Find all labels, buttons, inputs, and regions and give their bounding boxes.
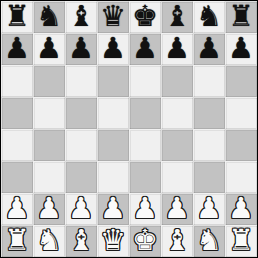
square-h8[interactable]: ♜ xyxy=(225,1,257,33)
square-c8[interactable]: ♝ xyxy=(65,1,97,33)
square-d6[interactable] xyxy=(97,65,129,97)
piece-black-pawn: ♟ xyxy=(196,32,222,64)
piece-white-bishop: ♝ xyxy=(164,224,190,256)
square-b7[interactable]: ♟ xyxy=(33,33,65,65)
square-d1[interactable]: ♛ xyxy=(97,225,129,257)
piece-white-pawn: ♟ xyxy=(100,192,126,224)
square-h7[interactable]: ♟ xyxy=(225,33,257,65)
square-f4[interactable] xyxy=(161,129,193,161)
square-a6[interactable] xyxy=(1,65,33,97)
square-f5[interactable] xyxy=(161,97,193,129)
square-d7[interactable]: ♟ xyxy=(97,33,129,65)
square-b1[interactable]: ♞ xyxy=(33,225,65,257)
square-f8[interactable]: ♝ xyxy=(161,1,193,33)
square-e2[interactable]: ♟ xyxy=(129,193,161,225)
piece-white-king: ♚ xyxy=(132,224,158,256)
piece-white-pawn: ♟ xyxy=(68,192,94,224)
square-c2[interactable]: ♟ xyxy=(65,193,97,225)
square-b3[interactable] xyxy=(33,161,65,193)
square-d3[interactable] xyxy=(97,161,129,193)
square-d5[interactable] xyxy=(97,97,129,129)
piece-black-rook: ♜ xyxy=(4,0,30,32)
piece-white-knight: ♞ xyxy=(36,224,62,256)
square-a2[interactable]: ♟ xyxy=(1,193,33,225)
square-b4[interactable] xyxy=(33,129,65,161)
piece-black-pawn: ♟ xyxy=(4,32,30,64)
square-c6[interactable] xyxy=(65,65,97,97)
square-f6[interactable] xyxy=(161,65,193,97)
piece-white-rook: ♜ xyxy=(228,224,254,256)
piece-black-pawn: ♟ xyxy=(164,32,190,64)
piece-white-bishop: ♝ xyxy=(68,224,94,256)
square-e3[interactable] xyxy=(129,161,161,193)
piece-white-pawn: ♟ xyxy=(228,192,254,224)
square-e5[interactable] xyxy=(129,97,161,129)
square-g7[interactable]: ♟ xyxy=(193,33,225,65)
square-g5[interactable] xyxy=(193,97,225,129)
piece-black-pawn: ♟ xyxy=(132,32,158,64)
square-h4[interactable] xyxy=(225,129,257,161)
square-c7[interactable]: ♟ xyxy=(65,33,97,65)
piece-white-knight: ♞ xyxy=(196,224,222,256)
square-d4[interactable] xyxy=(97,129,129,161)
square-d8[interactable]: ♛ xyxy=(97,1,129,33)
piece-white-pawn: ♟ xyxy=(132,192,158,224)
square-c1[interactable]: ♝ xyxy=(65,225,97,257)
square-e7[interactable]: ♟ xyxy=(129,33,161,65)
square-d2[interactable]: ♟ xyxy=(97,193,129,225)
piece-black-bishop: ♝ xyxy=(164,0,190,32)
square-b8[interactable]: ♞ xyxy=(33,1,65,33)
square-a3[interactable] xyxy=(1,161,33,193)
piece-black-bishop: ♝ xyxy=(68,0,94,32)
piece-black-pawn: ♟ xyxy=(228,32,254,64)
square-a4[interactable] xyxy=(1,129,33,161)
piece-white-queen: ♛ xyxy=(100,224,126,256)
piece-white-pawn: ♟ xyxy=(196,192,222,224)
square-c5[interactable] xyxy=(65,97,97,129)
square-e8[interactable]: ♚ xyxy=(129,1,161,33)
square-g1[interactable]: ♞ xyxy=(193,225,225,257)
square-e6[interactable] xyxy=(129,65,161,97)
piece-black-queen: ♛ xyxy=(100,0,126,32)
piece-black-king: ♚ xyxy=(132,0,158,32)
square-g8[interactable]: ♞ xyxy=(193,1,225,33)
square-f7[interactable]: ♟ xyxy=(161,33,193,65)
square-b5[interactable] xyxy=(33,97,65,129)
piece-black-pawn: ♟ xyxy=(36,32,62,64)
square-g2[interactable]: ♟ xyxy=(193,193,225,225)
square-b2[interactable]: ♟ xyxy=(33,193,65,225)
chessboard-frame: ♜♞♝♛♚♝♞♜♟♟♟♟♟♟♟♟♟♟♟♟♟♟♟♟♜♞♝♛♚♝♞♜ xyxy=(0,0,258,258)
piece-black-knight: ♞ xyxy=(36,0,62,32)
square-g6[interactable] xyxy=(193,65,225,97)
square-f1[interactable]: ♝ xyxy=(161,225,193,257)
piece-white-rook: ♜ xyxy=(4,224,30,256)
square-h1[interactable]: ♜ xyxy=(225,225,257,257)
square-f2[interactable]: ♟ xyxy=(161,193,193,225)
square-h3[interactable] xyxy=(225,161,257,193)
square-h5[interactable] xyxy=(225,97,257,129)
square-a5[interactable] xyxy=(1,97,33,129)
square-a1[interactable]: ♜ xyxy=(1,225,33,257)
square-g4[interactable] xyxy=(193,129,225,161)
square-c3[interactable] xyxy=(65,161,97,193)
square-a8[interactable]: ♜ xyxy=(1,1,33,33)
piece-black-rook: ♜ xyxy=(228,0,254,32)
square-g3[interactable] xyxy=(193,161,225,193)
square-b6[interactable] xyxy=(33,65,65,97)
square-f3[interactable] xyxy=(161,161,193,193)
square-e4[interactable] xyxy=(129,129,161,161)
piece-white-pawn: ♟ xyxy=(164,192,190,224)
piece-black-pawn: ♟ xyxy=(68,32,94,64)
square-c4[interactable] xyxy=(65,129,97,161)
square-h2[interactable]: ♟ xyxy=(225,193,257,225)
square-a7[interactable]: ♟ xyxy=(1,33,33,65)
square-h6[interactable] xyxy=(225,65,257,97)
chessboard: ♜♞♝♛♚♝♞♜♟♟♟♟♟♟♟♟♟♟♟♟♟♟♟♟♜♞♝♛♚♝♞♜ xyxy=(1,1,257,257)
square-e1[interactable]: ♚ xyxy=(129,225,161,257)
piece-black-knight: ♞ xyxy=(196,0,222,32)
piece-white-pawn: ♟ xyxy=(4,192,30,224)
piece-white-pawn: ♟ xyxy=(36,192,62,224)
piece-black-pawn: ♟ xyxy=(100,32,126,64)
